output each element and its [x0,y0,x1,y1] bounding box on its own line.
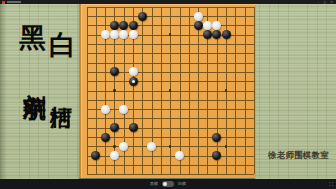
bottom-right-label: 白棋 [178,179,186,189]
app-icon [2,1,5,4]
bottom-control-bar: 黑棋 白棋 ⛶ [0,179,336,189]
maximize-button[interactable]: ▢ [323,0,326,4]
red-marker-dot [123,136,125,138]
grid-line [87,165,254,166]
black-stone [138,12,147,21]
black-stone [129,123,138,132]
fullscreen-icon[interactable]: ⛶ [329,181,333,187]
close-button[interactable]: ✕ [330,0,333,4]
white-stone [110,30,119,39]
white-stone [194,12,203,21]
black-stone-last-move [129,77,138,86]
black-white-toggle[interactable] [162,181,174,187]
black-stone [212,151,221,160]
white-stone [147,142,156,151]
watermark-text: 徐老师围棋教室 [268,150,329,162]
grid-line [198,7,199,174]
star-point [113,89,116,92]
white-player-label: 白 [49,30,76,59]
go-board[interactable] [79,4,255,178]
black-stone [129,21,138,30]
white-stone [119,105,128,114]
white-stone [129,30,138,39]
grid-line [189,7,190,174]
black-player-label: 黑 [19,23,46,52]
tatami-edge-shade [0,4,7,179]
grid-line [87,100,254,101]
grid-line [87,118,254,119]
window-controls: – ▢ ✕ [318,0,333,4]
white-stone [101,30,110,39]
black-stone [194,21,203,30]
black-stone [212,133,221,142]
white-stone [175,151,184,160]
toggle-knob [163,182,167,186]
white-stone [212,21,221,30]
grid-line [87,174,254,175]
black-stone [212,30,221,39]
black-stone [110,21,119,30]
grid-line [87,109,254,110]
black-stone [101,133,110,142]
black-stone [110,123,119,132]
star-point [113,145,116,148]
grid-line [87,137,254,138]
minimize-button[interactable]: – [318,0,320,4]
white-stone [119,30,128,39]
white-stone [101,105,110,114]
titlebar: – ▢ ✕ [0,0,336,4]
black-stone [91,151,100,160]
black-stone [203,30,212,39]
grid-line [254,7,255,174]
bottom-left-label: 黑棋 [150,179,158,189]
black-player-name: 刘宇航 [20,75,51,78]
white-stone [119,142,128,151]
white-stone [110,151,119,160]
star-point [225,145,228,148]
grid-line [235,7,236,174]
white-player-name: 柯洁 [46,88,76,90]
window-title-text [7,1,21,3]
grid-line [245,7,246,174]
white-stone [129,67,138,76]
grid-line [180,7,181,174]
black-stone [110,67,119,76]
white-stone [203,21,212,30]
black-stone [222,30,231,39]
app-window: { "game": "go", "app": { "titlebar_icon"… [0,0,336,189]
black-stone [119,21,128,30]
